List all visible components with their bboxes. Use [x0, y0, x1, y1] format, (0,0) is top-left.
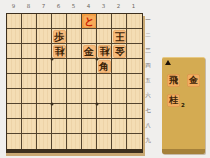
shogi-board: と歩王桂金桂金角: [6, 13, 143, 153]
rank-label-5: 五: [143, 73, 153, 88]
square-56[interactable]: [67, 89, 82, 104]
square-81[interactable]: [22, 14, 37, 29]
square-54[interactable]: [67, 59, 82, 74]
square-55[interactable]: [67, 74, 82, 89]
square-62[interactable]: 歩: [52, 29, 67, 44]
rank-label-9: 九: [143, 133, 153, 148]
square-12[interactable]: [127, 29, 142, 44]
square-21[interactable]: [112, 14, 127, 29]
square-57[interactable]: [67, 104, 82, 119]
square-61[interactable]: [52, 14, 67, 29]
square-99[interactable]: [7, 134, 22, 149]
square-52[interactable]: [67, 29, 82, 44]
square-91[interactable]: [7, 14, 22, 29]
square-96[interactable]: [7, 89, 22, 104]
square-85[interactable]: [22, 74, 37, 89]
square-65[interactable]: [52, 74, 67, 89]
square-16[interactable]: [127, 89, 142, 104]
square-26[interactable]: [112, 89, 127, 104]
square-68[interactable]: [52, 119, 67, 134]
square-78[interactable]: [37, 119, 52, 134]
square-43[interactable]: 金: [82, 44, 97, 59]
square-58[interactable]: [67, 119, 82, 134]
square-23[interactable]: 金: [112, 44, 127, 59]
square-37[interactable]: [97, 104, 112, 119]
square-87[interactable]: [22, 104, 37, 119]
square-75[interactable]: [37, 74, 52, 89]
file-label-1: 1: [126, 2, 141, 11]
square-84[interactable]: [22, 59, 37, 74]
square-14[interactable]: [127, 59, 142, 74]
file-coordinates: 987654321: [6, 2, 141, 11]
square-89[interactable]: [22, 134, 37, 149]
square-27[interactable]: [112, 104, 127, 119]
square-41[interactable]: と: [82, 14, 97, 29]
square-98[interactable]: [7, 119, 22, 134]
file-label-6: 6: [51, 2, 66, 11]
file-label-7: 7: [36, 2, 51, 11]
square-44[interactable]: [82, 59, 97, 74]
rank-label-8: 八: [143, 118, 153, 133]
square-51[interactable]: [67, 14, 82, 29]
file-label-9: 9: [6, 2, 21, 11]
rank-label-3: 三: [143, 43, 153, 58]
square-39[interactable]: [97, 134, 112, 149]
gote-piece-22[interactable]: 王: [113, 30, 126, 43]
square-69[interactable]: [52, 134, 67, 149]
square-17[interactable]: [127, 104, 142, 119]
square-67[interactable]: [52, 104, 67, 119]
square-73[interactable]: [37, 44, 52, 59]
sente-promoted-piece-41[interactable]: と: [83, 15, 96, 28]
square-35[interactable]: [97, 74, 112, 89]
file-label-8: 8: [21, 2, 36, 11]
sente-piece-43[interactable]: 金: [83, 45, 96, 58]
file-label-4: 4: [81, 2, 96, 11]
square-53[interactable]: [67, 44, 82, 59]
square-82[interactable]: [22, 29, 37, 44]
sente-piece-62[interactable]: 歩: [53, 30, 66, 43]
file-label-3: 3: [96, 2, 111, 11]
rank-label-1: 一: [143, 13, 153, 28]
square-24[interactable]: [112, 59, 127, 74]
square-95[interactable]: [7, 74, 22, 89]
file-label-5: 5: [66, 2, 81, 11]
square-34[interactable]: 角: [97, 59, 112, 74]
sente-turn-marker: [165, 60, 171, 65]
square-88[interactable]: [22, 119, 37, 134]
square-59[interactable]: [67, 134, 82, 149]
square-92[interactable]: [7, 29, 22, 44]
square-74[interactable]: [37, 59, 52, 74]
square-94[interactable]: [7, 59, 22, 74]
rank-coordinates: 一二三四五六七八九: [143, 13, 153, 148]
file-label-2: 2: [111, 2, 126, 11]
square-93[interactable]: [7, 44, 22, 59]
square-79[interactable]: [37, 134, 52, 149]
square-11[interactable]: [127, 14, 142, 29]
square-15[interactable]: [127, 74, 142, 89]
gote-piece-33[interactable]: 桂: [98, 45, 111, 58]
square-42[interactable]: [82, 29, 97, 44]
square-83[interactable]: [22, 44, 37, 59]
rank-label-7: 七: [143, 103, 153, 118]
hand-piece-桂[interactable]: 桂: [167, 94, 180, 107]
square-29[interactable]: [112, 134, 127, 149]
square-46[interactable]: [82, 89, 97, 104]
hand-piece-金[interactable]: 金: [187, 74, 200, 87]
square-49[interactable]: [82, 134, 97, 149]
square-63[interactable]: 桂: [52, 44, 67, 59]
sente-piece-34[interactable]: 角: [98, 60, 111, 73]
square-33[interactable]: 桂: [97, 44, 112, 59]
square-19[interactable]: [127, 134, 142, 149]
hand-piece-飛[interactable]: 飛: [167, 74, 180, 87]
rank-label-4: 四: [143, 58, 153, 73]
square-64[interactable]: [52, 59, 67, 74]
square-13[interactable]: [127, 44, 142, 59]
square-31[interactable]: [97, 14, 112, 29]
square-97[interactable]: [7, 104, 22, 119]
square-76[interactable]: [37, 89, 52, 104]
square-66[interactable]: [52, 89, 67, 104]
square-36[interactable]: [97, 89, 112, 104]
square-47[interactable]: [82, 104, 97, 119]
gote-piece-63[interactable]: 桂: [53, 45, 66, 58]
square-48[interactable]: [82, 119, 97, 134]
sente-hand-stand: 飛金桂2: [162, 57, 205, 154]
rank-label-6: 六: [143, 88, 153, 103]
rank-label-2: 二: [143, 28, 153, 43]
square-28[interactable]: [112, 119, 127, 134]
square-71[interactable]: [37, 14, 52, 29]
square-32[interactable]: [97, 29, 112, 44]
square-22[interactable]: 王: [112, 29, 127, 44]
square-38[interactable]: [97, 119, 112, 134]
square-18[interactable]: [127, 119, 142, 134]
gote-piece-23[interactable]: 金: [113, 45, 126, 58]
square-77[interactable]: [37, 104, 52, 119]
square-72[interactable]: [37, 29, 52, 44]
square-86[interactable]: [22, 89, 37, 104]
square-25[interactable]: [112, 74, 127, 89]
hand-piece-count-桂: 2: [181, 102, 185, 108]
square-45[interactable]: [82, 74, 97, 89]
